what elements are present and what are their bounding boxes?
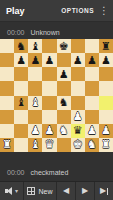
square-c3[interactable]: [28, 110, 42, 124]
white-pawn-g2: ♟: [87, 125, 97, 136]
redo-move-button[interactable]: ▶: [76, 182, 95, 200]
white-pawn-d2: ♟: [45, 125, 55, 136]
new-game-button[interactable]: New: [24, 182, 57, 200]
square-f6[interactable]: [71, 67, 85, 81]
square-d3[interactable]: [42, 110, 56, 124]
square-d8[interactable]: [42, 39, 56, 53]
page-title: Play: [6, 6, 25, 16]
white-pawn-h2: ♟: [101, 125, 111, 136]
black-pawn-f7: ♟: [73, 55, 83, 66]
square-b4[interactable]: ♝: [14, 96, 28, 110]
square-b2[interactable]: [14, 124, 28, 138]
undo-move-button[interactable]: ◀: [57, 182, 76, 200]
square-a4[interactable]: [0, 96, 14, 110]
square-b8[interactable]: ♞: [14, 39, 28, 53]
white-knight-e2: ♞: [59, 125, 69, 136]
step-back-icon: ◀: [63, 187, 69, 195]
bottom-toolbar: ▾ New ◀ ▶ ▶: [0, 181, 113, 200]
sound-toggle-button[interactable]: ▾: [0, 182, 24, 200]
square-a2[interactable]: [0, 124, 14, 138]
white-king-f1: ♚: [73, 139, 83, 150]
square-e2[interactable]: ♞: [57, 124, 71, 138]
square-c7[interactable]: ♟: [28, 53, 42, 67]
black-knight-e4: ♞: [59, 97, 69, 108]
step-forward-icon: ▶: [82, 187, 88, 195]
black-pawn-c7: ♟: [30, 55, 40, 66]
fast-forward-icon: ▶: [100, 187, 106, 195]
square-d2[interactable]: ♟: [42, 124, 56, 138]
square-g8[interactable]: [85, 39, 99, 53]
square-f7[interactable]: ♟: [71, 53, 85, 67]
square-h3[interactable]: [99, 110, 113, 124]
game-status-text: checkmated: [31, 169, 69, 176]
caret-down-icon: ▾: [15, 188, 18, 194]
black-pawn-d7: ♟: [45, 55, 55, 66]
square-f4[interactable]: [71, 96, 85, 110]
black-rook-h8: ♜: [101, 41, 111, 52]
square-g4[interactable]: [85, 96, 99, 110]
fast-forward-button[interactable]: ▶: [95, 182, 113, 200]
user-player-row: 00:00 checkmated: [0, 167, 113, 178]
square-d6[interactable]: [42, 67, 56, 81]
white-queen-d1: ♛: [45, 139, 55, 150]
white-knight-g1: ♞: [87, 139, 97, 150]
square-f1[interactable]: ♚: [71, 138, 85, 152]
square-c4[interactable]: ♝: [28, 96, 42, 110]
board-grid-icon: [27, 187, 35, 195]
options-button[interactable]: OPTIONS: [58, 3, 97, 18]
square-c1[interactable]: ♝: [28, 138, 42, 152]
square-h6[interactable]: [99, 67, 113, 81]
white-bishop-c4: ♝: [30, 97, 40, 108]
square-c5[interactable]: [28, 81, 42, 95]
black-bishop-c8: ♝: [30, 41, 40, 52]
square-g1[interactable]: ♞: [85, 138, 99, 152]
square-c2[interactable]: ♟: [28, 124, 42, 138]
square-b7[interactable]: ♟: [14, 53, 28, 67]
square-h7[interactable]: ♟: [99, 53, 113, 67]
square-e6[interactable]: ♟: [57, 67, 71, 81]
square-b3[interactable]: [14, 110, 28, 124]
square-c8[interactable]: ♝: [28, 39, 42, 53]
square-a7[interactable]: [0, 53, 14, 67]
square-c6[interactable]: [28, 67, 42, 81]
black-pawn-h7: ♟: [101, 55, 111, 66]
square-d4[interactable]: [42, 96, 56, 110]
square-f8[interactable]: [71, 39, 85, 53]
fast-forward-bar-icon: [107, 188, 108, 195]
square-b1[interactable]: [14, 138, 28, 152]
square-g3[interactable]: [85, 110, 99, 124]
square-e1[interactable]: [57, 138, 71, 152]
square-a5[interactable]: [0, 81, 14, 95]
opponent-player-row: 00:00 Unknown: [0, 27, 113, 38]
square-b6[interactable]: [14, 67, 28, 81]
black-pawn-e6: ♟: [59, 69, 69, 80]
white-bishop-c1: ♝: [30, 139, 40, 150]
square-h2[interactable]: ♟: [99, 124, 113, 138]
black-bishop-b4: ♝: [16, 97, 26, 108]
white-rook-h1: ♜: [101, 139, 111, 150]
square-g2[interactable]: ♟: [85, 124, 99, 138]
volume-icon: [5, 187, 14, 196]
black-queen-f2: ♛: [73, 125, 83, 136]
user-clock: 00:00: [7, 169, 25, 176]
square-a1[interactable]: ♜: [0, 138, 14, 152]
square-a8[interactable]: [0, 39, 14, 53]
white-rook-a1: ♜: [2, 139, 12, 150]
square-e7[interactable]: [57, 53, 71, 67]
chess-board: ♞♝♚♜♟♟♟♟♟♟♟♝♝♞♟♟♟♞♛♟♟♜♝♛♚♞♜: [0, 39, 113, 152]
square-e5[interactable]: [57, 81, 71, 95]
square-f2[interactable]: ♛: [71, 124, 85, 138]
square-a6[interactable]: [0, 67, 14, 81]
top-action-bar: Play OPTIONS ⋮: [0, 0, 113, 22]
square-b5[interactable]: [14, 81, 28, 95]
chess-app: Play OPTIONS ⋮ 00:00 Unknown ♞♝♚♜♟♟♟♟♟♟♟…: [0, 0, 113, 200]
square-h5[interactable]: [99, 81, 113, 95]
square-g7[interactable]: ♟: [85, 53, 99, 67]
square-h8[interactable]: ♜: [99, 39, 113, 53]
black-knight-b8: ♞: [16, 41, 26, 52]
black-pawn-b7: ♟: [16, 55, 26, 66]
square-e8[interactable]: ♚: [57, 39, 71, 53]
square-g6[interactable]: [85, 67, 99, 81]
square-a3[interactable]: [0, 110, 14, 124]
opponent-clock: 00:00: [7, 29, 25, 36]
black-king-e8: ♚: [59, 41, 69, 52]
opponent-name: Unknown: [31, 29, 60, 36]
square-e3[interactable]: [57, 110, 71, 124]
white-pawn-f3: ♟: [73, 111, 83, 122]
square-f3[interactable]: ♟: [71, 110, 85, 124]
square-e4[interactable]: ♞: [57, 96, 71, 110]
square-g5[interactable]: [85, 81, 99, 95]
square-f5[interactable]: [71, 81, 85, 95]
white-pawn-c2: ♟: [30, 125, 40, 136]
square-d7[interactable]: ♟: [42, 53, 56, 67]
black-pawn-g7: ♟: [87, 55, 97, 66]
square-h4[interactable]: [99, 96, 113, 110]
square-h1[interactable]: ♜: [99, 138, 113, 152]
square-d1[interactable]: ♛: [42, 138, 56, 152]
overflow-menu-icon[interactable]: ⋮: [97, 4, 113, 18]
square-d5[interactable]: [42, 81, 56, 95]
